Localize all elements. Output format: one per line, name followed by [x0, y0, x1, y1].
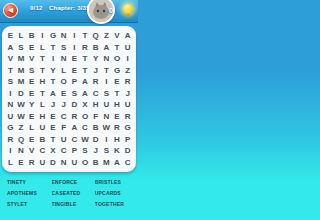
grid-cell-c6[interactable]: E	[26, 88, 37, 100]
word-list: TINETYENFORCEBRISTLESAPOTHEMSCASEATEDUPC…	[0, 179, 138, 207]
grid-cell-b6[interactable]: D	[16, 88, 27, 100]
grid-cell-a9[interactable]: G	[5, 122, 16, 134]
grid-cell-k10[interactable]: H	[112, 134, 123, 146]
grid-cell-a2[interactable]: A	[5, 42, 16, 54]
grid-cell-j3[interactable]: N	[101, 53, 112, 65]
grid-cell-a6[interactable]: I	[5, 88, 16, 100]
word-item-apothems: APOTHEMS	[7, 190, 52, 196]
grid-cell-l9[interactable]: G	[122, 122, 133, 134]
grid-cell-j8[interactable]: N	[101, 111, 112, 123]
grid-cell-l10[interactable]: P	[122, 134, 133, 146]
grid-cell-e9[interactable]: E	[48, 122, 59, 134]
grid-cell-c9[interactable]: L	[26, 122, 37, 134]
grid-cell-j6[interactable]: S	[101, 88, 112, 100]
grid-cell-e6[interactable]: A	[48, 88, 59, 100]
word-item-upcards: UPCARDS	[95, 190, 138, 196]
grid-cell-h12[interactable]: O	[80, 157, 91, 169]
grid-cell-k2[interactable]: T	[112, 42, 123, 54]
grid-cell-f4[interactable]: L	[58, 65, 69, 77]
grid-cell-k7[interactable]: H	[112, 99, 123, 111]
grid-cell-c5[interactable]: E	[26, 76, 37, 88]
grid-cell-i3[interactable]: Y	[90, 53, 101, 65]
grid-cell-l6[interactable]: J	[122, 88, 133, 100]
grid-cell-l4[interactable]: Z	[122, 65, 133, 77]
grid-cell-g3[interactable]: E	[69, 53, 80, 65]
hint-count: 0	[109, 7, 113, 14]
grid-cell-l11[interactable]: D	[122, 145, 133, 157]
word-item-tinety: TINETY	[7, 179, 52, 185]
grid-cell-h1[interactable]: T	[80, 30, 91, 42]
grid-cell-a7[interactable]: N	[5, 99, 16, 111]
grid-cell-a12[interactable]: L	[5, 157, 16, 169]
grid-cell-f8[interactable]: C	[58, 111, 69, 123]
grid-cell-i9[interactable]: B	[90, 122, 101, 134]
grid-cell-l2[interactable]: U	[122, 42, 133, 54]
grid-cell-j5[interactable]: I	[101, 76, 112, 88]
grid-cell-d7[interactable]: L	[37, 99, 48, 111]
grid-cell-j1[interactable]: Z	[101, 30, 112, 42]
word-item-enforce: ENFORCE	[52, 179, 95, 185]
grid-cell-j11[interactable]: S	[101, 145, 112, 157]
grid-cell-f7[interactable]: J	[58, 99, 69, 111]
grid-cell-l3[interactable]: I	[122, 53, 133, 65]
grid-cell-b1[interactable]: L	[16, 30, 27, 42]
grid-cell-k4[interactable]: G	[112, 65, 123, 77]
grid-cell-c2[interactable]: E	[26, 42, 37, 54]
grid-cell-c7[interactable]: Y	[26, 99, 37, 111]
back-arrow-icon: ◄	[4, 4, 17, 17]
grid-cell-h10[interactable]: W	[80, 134, 91, 146]
grid-cell-g2[interactable]: I	[69, 42, 80, 54]
grid-cell-e7[interactable]: J	[48, 99, 59, 111]
grid-cell-h6[interactable]: A	[80, 88, 91, 100]
word-item-caseated: CASEATED	[52, 190, 95, 196]
grid-cell-d3[interactable]: T	[37, 53, 48, 65]
grid-cell-h4[interactable]: T	[80, 65, 91, 77]
grid-cell-d11[interactable]: C	[37, 145, 48, 157]
grid-cell-d12[interactable]: U	[37, 157, 48, 169]
grid-cell-d2[interactable]: L	[37, 42, 48, 54]
grid-cell-h9[interactable]: C	[80, 122, 91, 134]
grid-cell-g4[interactable]: E	[69, 65, 80, 77]
grid-cell-g5[interactable]: P	[69, 76, 80, 88]
word-item-together: TOGETHER	[95, 201, 138, 207]
grid-cell-f5[interactable]: O	[58, 76, 69, 88]
grid-cell-e12[interactable]: D	[48, 157, 59, 169]
grid-cell-i10[interactable]: D	[90, 134, 101, 146]
grid-cell-b3[interactable]: M	[16, 53, 27, 65]
grid-cell-b12[interactable]: E	[16, 157, 27, 169]
grid-cell-i1[interactable]: Q	[90, 30, 101, 42]
grid-cell-i7[interactable]: H	[90, 99, 101, 111]
grid-cell-c3[interactable]: V	[26, 53, 37, 65]
grid-cell-g12[interactable]: U	[69, 157, 80, 169]
grid-cell-c1[interactable]: B	[26, 30, 37, 42]
grid-cell-e11[interactable]: X	[48, 145, 59, 157]
grid-cell-g11[interactable]: P	[69, 145, 80, 157]
grid-cell-f1[interactable]: N	[58, 30, 69, 42]
grid-cell-j10[interactable]: I	[101, 134, 112, 146]
grid-cell-j2[interactable]: A	[101, 42, 112, 54]
grid-cell-b2[interactable]: S	[16, 42, 27, 54]
grid-cell-i11[interactable]: J	[90, 145, 101, 157]
grid-cell-a4[interactable]: T	[5, 65, 16, 77]
grid-cell-b4[interactable]: M	[16, 65, 27, 77]
grid-cell-k1[interactable]: V	[112, 30, 123, 42]
grid-cell-b10[interactable]: Q	[16, 134, 27, 146]
grid-cell-e2[interactable]: T	[48, 42, 59, 54]
grid-cell-i12[interactable]: B	[90, 157, 101, 169]
grid-cell-h3[interactable]: T	[80, 53, 91, 65]
grid-cell-k8[interactable]: E	[112, 111, 123, 123]
grid-cell-j12[interactable]: M	[101, 157, 112, 169]
grid-cell-h7[interactable]: X	[80, 99, 91, 111]
hint-button[interactable]: 0	[109, 3, 135, 19]
words-found-counter: 0/12	[30, 5, 42, 11]
grid-cell-c11[interactable]: V	[26, 145, 37, 157]
grid-cell-g8[interactable]: R	[69, 111, 80, 123]
grid-cell-h5[interactable]: A	[80, 76, 91, 88]
grid-cell-d8[interactable]: H	[37, 111, 48, 123]
grid-cell-f12[interactable]: N	[58, 157, 69, 169]
grid-cell-h8[interactable]: O	[80, 111, 91, 123]
grid-cell-l12[interactable]: C	[122, 157, 133, 169]
grid-cell-a1[interactable]: E	[5, 30, 16, 42]
grid-cell-l7[interactable]: U	[122, 99, 133, 111]
grid-cell-b5[interactable]: M	[16, 76, 27, 88]
grid-cell-g7[interactable]: D	[69, 99, 80, 111]
board-panel: ELBIGNITQZVAASELTSIRBATUVMVTINETYNOITMST…	[2, 26, 136, 172]
grid-cell-a8[interactable]: U	[5, 111, 16, 123]
grid-cell-b7[interactable]: W	[16, 99, 27, 111]
grid-cell-d9[interactable]: U	[37, 122, 48, 134]
grid-cell-c10[interactable]: E	[26, 134, 37, 146]
grid-cell-e5[interactable]: T	[48, 76, 59, 88]
grid-cell-k12[interactable]: A	[112, 157, 123, 169]
grid-cell-d4[interactable]: T	[37, 65, 48, 77]
grid-cell-a3[interactable]: V	[5, 53, 16, 65]
grid-cell-f9[interactable]: F	[58, 122, 69, 134]
grid-cell-a11[interactable]: I	[5, 145, 16, 157]
grid-cell-g6[interactable]: S	[69, 88, 80, 100]
grid-cell-c8[interactable]: E	[26, 111, 37, 123]
word-item-bristles: BRISTLES	[95, 179, 138, 185]
lightbulb-icon	[123, 4, 133, 14]
word-item-tingible: TINGIBLE	[52, 201, 95, 207]
back-button[interactable]: ◄	[3, 3, 18, 18]
grid-cell-e8[interactable]: E	[48, 111, 59, 123]
grid-cell-i8[interactable]: F	[90, 111, 101, 123]
grid-cell-b9[interactable]: Z	[16, 122, 27, 134]
grid-cell-g1[interactable]: I	[69, 30, 80, 42]
grid-cell-k9[interactable]: R	[112, 122, 123, 134]
grid-cell-e10[interactable]: T	[48, 134, 59, 146]
grid-cell-l8[interactable]: R	[122, 111, 133, 123]
grid-cell-f11[interactable]: C	[58, 145, 69, 157]
grid-cell-f3[interactable]: N	[58, 53, 69, 65]
grid-cell-d6[interactable]: T	[37, 88, 48, 100]
grid-cell-f6[interactable]: E	[58, 88, 69, 100]
grid-cell-j7[interactable]: U	[101, 99, 112, 111]
lightbulb-base-icon	[126, 14, 130, 17]
grid-cell-a5[interactable]: S	[5, 76, 16, 88]
grid-cell-d5[interactable]: H	[37, 76, 48, 88]
grid-cell-i4[interactable]: J	[90, 65, 101, 77]
grid-cell-j4[interactable]: T	[101, 65, 112, 77]
grid-cell-a10[interactable]: R	[5, 134, 16, 146]
grid-cell-c4[interactable]: S	[26, 65, 37, 77]
grid-cell-f10[interactable]: U	[58, 134, 69, 146]
grid-cell-c12[interactable]: R	[26, 157, 37, 169]
grid-cell-d10[interactable]: B	[37, 134, 48, 146]
grid-cell-e1[interactable]: G	[48, 30, 59, 42]
grid-cell-e4[interactable]: Y	[48, 65, 59, 77]
grid-cell-k3[interactable]: O	[112, 53, 123, 65]
word-item-stylet: STYLET	[7, 201, 52, 207]
letter-grid: ELBIGNITQZVAASELTSIRBATUVMVTINETYNOITMST…	[5, 30, 133, 168]
grid-cell-d1[interactable]: I	[37, 30, 48, 42]
grid-cell-l5[interactable]: R	[122, 76, 133, 88]
grid-cell-h2[interactable]: R	[80, 42, 91, 54]
grid-cell-f2[interactable]: S	[58, 42, 69, 54]
grid-cell-e3[interactable]: I	[48, 53, 59, 65]
grid-cell-h11[interactable]: S	[80, 145, 91, 157]
grid-cell-j9[interactable]: W	[101, 122, 112, 134]
grid-cell-i2[interactable]: B	[90, 42, 101, 54]
grid-cell-b11[interactable]: N	[16, 145, 27, 157]
grid-cell-k5[interactable]: E	[112, 76, 123, 88]
grid-cell-g9[interactable]: A	[69, 122, 80, 134]
grid-cell-k6[interactable]: T	[112, 88, 123, 100]
grid-cell-l1[interactable]: A	[122, 30, 133, 42]
grid-cell-b8[interactable]: W	[16, 111, 27, 123]
grid-cell-i6[interactable]: C	[90, 88, 101, 100]
grid-cell-i5[interactable]: R	[90, 76, 101, 88]
grid-cell-g10[interactable]: C	[69, 134, 80, 146]
grid-cell-k11[interactable]: K	[112, 145, 123, 157]
